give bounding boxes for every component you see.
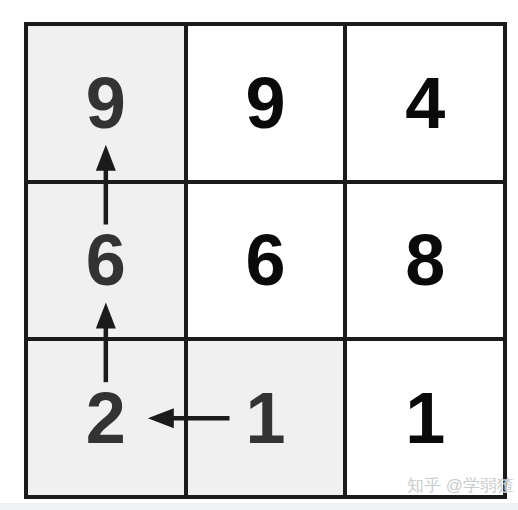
cell-r0c0: 9 (28, 26, 184, 180)
cell-r1c0: 6 (28, 184, 184, 338)
cell-value: 4 (405, 67, 445, 139)
cell-value: 6 (245, 224, 285, 296)
puzzle-diagram: 9 9 4 6 6 8 2 1 1 知乎 @学弱猹 (0, 0, 518, 510)
bottom-background-strip (0, 503, 518, 510)
cell-value: 9 (245, 67, 285, 139)
cell-r2c1: 1 (188, 341, 344, 495)
cell-value: 2 (86, 382, 126, 454)
cell-r2c2: 1 (347, 341, 503, 495)
cell-r0c2: 4 (347, 26, 503, 180)
puzzle-grid: 9 9 4 6 6 8 2 1 1 (24, 22, 507, 499)
cell-value: 9 (86, 67, 126, 139)
cell-value: 1 (245, 382, 285, 454)
cell-r0c1: 9 (188, 26, 344, 180)
zhihu-watermark: 知乎 @学弱猹 (407, 474, 514, 497)
cell-value: 1 (405, 382, 445, 454)
cell-r1c1: 6 (188, 184, 344, 338)
cell-value: 8 (405, 224, 445, 296)
cell-r1c2: 8 (347, 184, 503, 338)
cell-value: 6 (86, 224, 126, 296)
cell-r2c0: 2 (28, 341, 184, 495)
